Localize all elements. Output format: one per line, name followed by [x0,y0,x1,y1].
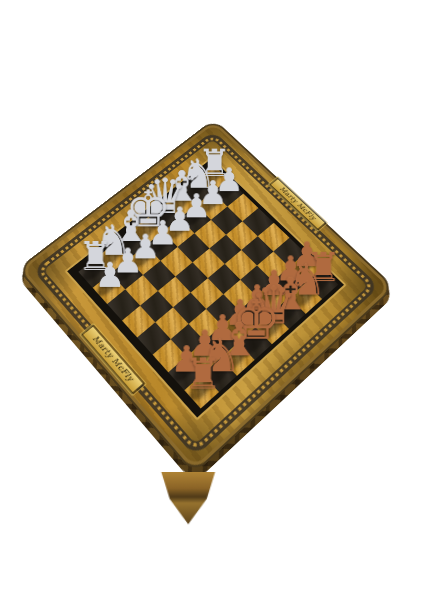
chess-board: Marty McFly Marty McFly ♜♞♝♛♚♝♞♜♟♟♟♟♟♟♟♟… [17,119,396,475]
photo-scene: Marty McFly Marty McFly ♜♞♝♛♚♝♞♜♟♟♟♟♟♟♟♟… [0,0,424,600]
corner-foot [157,472,219,525]
piece-silver-pawn: ♟ [92,258,126,292]
piece-copper-rook: ♜ [181,352,224,395]
